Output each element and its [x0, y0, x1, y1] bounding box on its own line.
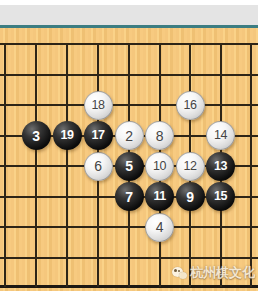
watermark: 杭州棋文化 — [172, 265, 255, 281]
stone-number: 6 — [94, 159, 101, 173]
stone-19-black: 19 — [53, 121, 82, 150]
header-band — [0, 5, 258, 25]
stone-number: 8 — [156, 129, 163, 143]
stone-16-white: 16 — [176, 91, 205, 120]
stone-number: 17 — [92, 129, 105, 142]
stone-5-black: 5 — [115, 152, 144, 181]
stone-number: 11 — [153, 190, 165, 203]
stone-number: 5 — [125, 159, 132, 173]
stone-17-black: 17 — [84, 121, 113, 150]
stone-number: 4 — [156, 220, 163, 234]
stone-8-white: 8 — [145, 121, 174, 150]
stone-11-black: 11 — [145, 182, 174, 211]
stone-number: 16 — [184, 99, 197, 112]
stone-number: 2 — [125, 129, 132, 143]
stone-4-white: 4 — [145, 213, 174, 242]
stone-number: 12 — [184, 160, 197, 173]
grid-vline — [66, 43, 68, 287]
go-board: 2345678910111213141516171819 — [0, 28, 258, 291]
stone-15-black: 15 — [206, 182, 235, 211]
stone-13-black: 13 — [206, 152, 235, 181]
grid-vline — [250, 43, 252, 287]
stone-number: 15 — [214, 190, 227, 203]
stone-number: 19 — [61, 129, 74, 142]
stone-14-white: 14 — [206, 121, 235, 150]
stone-number: 13 — [214, 160, 227, 173]
stone-2-white: 2 — [115, 121, 144, 150]
stone-9-black: 9 — [176, 182, 205, 211]
stone-number: 10 — [153, 160, 166, 173]
stone-12-white: 12 — [176, 152, 205, 181]
grid-vline — [35, 43, 37, 287]
stone-3-black: 3 — [22, 121, 51, 150]
stone-number: 7 — [125, 190, 132, 204]
stone-10-white: 10 — [145, 152, 174, 181]
watermark-text: 杭州棋文化 — [190, 264, 255, 282]
stone-number: 14 — [214, 129, 227, 142]
stone-6-white: 6 — [84, 152, 113, 181]
grid-vline — [4, 43, 6, 287]
panda-stones-logo-icon — [172, 267, 187, 280]
stone-number: 3 — [32, 129, 39, 143]
stone-number: 18 — [92, 99, 105, 112]
screenshot-root: 2345678910111213141516171819 杭州棋文化 — [0, 0, 258, 291]
stone-7-black: 7 — [115, 182, 144, 211]
stone-18-white: 18 — [84, 91, 113, 120]
stone-number: 9 — [186, 190, 193, 204]
